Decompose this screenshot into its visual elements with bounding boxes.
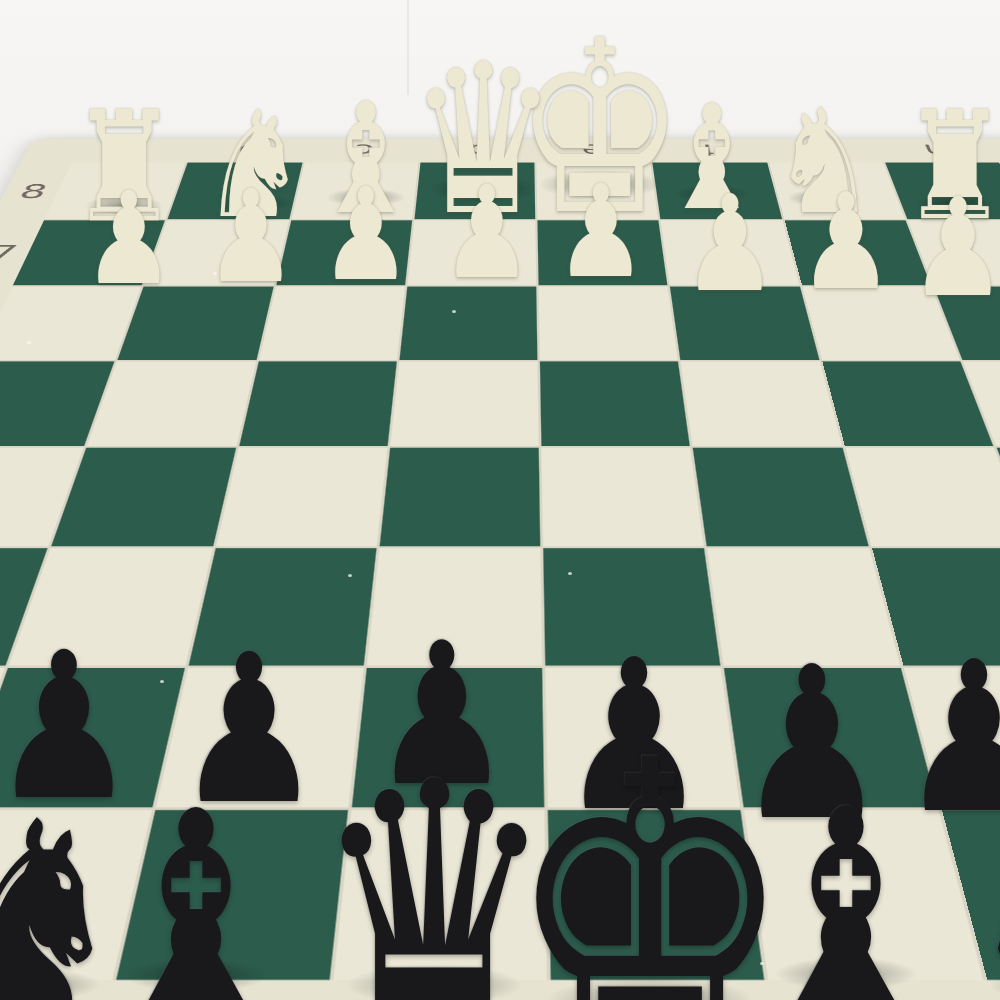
- file-label-b: b: [226, 141, 272, 160]
- square-a8[interactable]: [44, 163, 185, 220]
- square-e5[interactable]: [540, 361, 690, 446]
- chess-photo-scene: abcdefgh87654321 ♜♞♝♛♚♝♞♜♟♟♟♟♟♟♟♟♟♟♟♟♟♟♞…: [0, 0, 1000, 1000]
- square-e6[interactable]: [539, 286, 679, 360]
- square-b6[interactable]: [118, 286, 273, 360]
- square-e4[interactable]: [541, 448, 704, 547]
- rank-label-8: 8: [10, 180, 57, 203]
- square-d7[interactable]: [407, 221, 536, 285]
- file-label-c: c: [342, 141, 386, 160]
- square-g4[interactable]: [845, 448, 1000, 547]
- square-f5[interactable]: [681, 361, 842, 446]
- square-e1[interactable]: [548, 810, 765, 980]
- square-b5[interactable]: [87, 361, 256, 446]
- dust-speck: [27, 341, 31, 344]
- square-d3[interactable]: [367, 548, 542, 665]
- square-h8[interactable]: [885, 163, 1000, 220]
- square-d6[interactable]: [399, 286, 537, 360]
- file-label-a: a: [111, 141, 160, 160]
- file-label-f: f: [685, 141, 729, 160]
- square-c7[interactable]: [276, 221, 412, 285]
- square-b8[interactable]: [168, 163, 302, 220]
- square-g7[interactable]: [784, 221, 930, 285]
- file-label-d: d: [458, 141, 499, 160]
- square-f4[interactable]: [693, 448, 868, 547]
- square-f6[interactable]: [670, 286, 819, 360]
- square-d1[interactable]: [333, 810, 547, 980]
- file-label-e: e: [572, 141, 614, 160]
- square-f1[interactable]: [744, 810, 982, 980]
- square-g8[interactable]: [769, 163, 905, 220]
- dust-speck: [452, 310, 456, 313]
- vinyl-chess-mat: abcdefgh87654321: [0, 139, 1000, 1000]
- square-c8[interactable]: [291, 163, 418, 220]
- square-f2[interactable]: [724, 667, 937, 807]
- wall-seam-line: [407, 0, 409, 95]
- square-f7[interactable]: [661, 221, 799, 285]
- square-d8[interactable]: [414, 163, 535, 220]
- square-d4[interactable]: [379, 448, 540, 547]
- dust-speck: [760, 962, 764, 965]
- square-c2[interactable]: [155, 667, 363, 807]
- square-c4[interactable]: [215, 448, 387, 547]
- square-f3[interactable]: [707, 548, 899, 665]
- square-c1[interactable]: [115, 810, 347, 980]
- square-d5[interactable]: [390, 361, 539, 446]
- square-g6[interactable]: [802, 286, 960, 360]
- file-label-h: h: [912, 141, 961, 160]
- chess-board-grid: [0, 163, 1000, 980]
- square-b7[interactable]: [144, 221, 288, 285]
- dust-speck: [568, 572, 572, 575]
- square-a7[interactable]: [13, 221, 165, 285]
- dust-speck: [213, 272, 217, 275]
- dust-speck: [348, 574, 352, 577]
- square-e3[interactable]: [543, 548, 721, 665]
- square-c6[interactable]: [258, 286, 404, 360]
- square-b4[interactable]: [51, 448, 235, 547]
- square-e8[interactable]: [536, 163, 658, 220]
- square-f8[interactable]: [653, 163, 782, 220]
- dust-speck: [160, 680, 164, 683]
- square-d2[interactable]: [351, 667, 544, 807]
- file-label-g: g: [799, 141, 846, 160]
- square-e2[interactable]: [545, 667, 740, 807]
- square-c5[interactable]: [239, 361, 397, 446]
- square-c3[interactable]: [188, 548, 376, 665]
- square-b2[interactable]: [0, 667, 184, 807]
- square-e7[interactable]: [537, 221, 667, 285]
